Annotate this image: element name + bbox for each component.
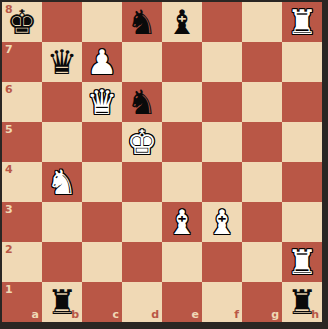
white-knight-piece[interactable]: ♞ xyxy=(42,162,82,202)
black-rook-piece[interactable]: ♜ xyxy=(282,282,322,322)
square-g4[interactable] xyxy=(242,162,282,202)
square-e1[interactable]: e xyxy=(162,282,202,322)
black-knight-piece[interactable]: ♞ xyxy=(122,82,162,122)
rank-label-3: 3 xyxy=(5,204,13,215)
square-h6[interactable] xyxy=(282,82,322,122)
rank-label-4: 4 xyxy=(5,164,13,175)
square-f4[interactable] xyxy=(202,162,242,202)
file-label-d: d xyxy=(151,309,159,320)
file-label-c: c xyxy=(112,309,119,320)
square-b4[interactable]: ♞ xyxy=(42,162,82,202)
white-pawn-piece[interactable]: ♟ xyxy=(82,42,122,82)
square-d8[interactable]: ♞ xyxy=(122,2,162,42)
square-a8[interactable]: 8♚ xyxy=(2,2,42,42)
square-c8[interactable] xyxy=(82,2,122,42)
file-label-f: f xyxy=(234,309,239,320)
square-g3[interactable] xyxy=(242,202,282,242)
rank-label-6: 6 xyxy=(5,84,13,95)
square-f1[interactable]: f xyxy=(202,282,242,322)
square-f8[interactable] xyxy=(202,2,242,42)
square-f2[interactable] xyxy=(202,242,242,282)
square-f7[interactable] xyxy=(202,42,242,82)
white-queen-piece[interactable]: ♛ xyxy=(82,82,122,122)
black-knight-piece[interactable]: ♞ xyxy=(122,2,162,42)
square-d2[interactable] xyxy=(122,242,162,282)
square-b7[interactable]: ♛ xyxy=(42,42,82,82)
square-a1[interactable]: 1a xyxy=(2,282,42,322)
square-f6[interactable] xyxy=(202,82,242,122)
square-c5[interactable] xyxy=(82,122,122,162)
square-d3[interactable] xyxy=(122,202,162,242)
square-h8[interactable]: ♜ xyxy=(282,2,322,42)
square-b6[interactable] xyxy=(42,82,82,122)
white-rook-piece[interactable]: ♜ xyxy=(282,242,322,282)
square-e3[interactable]: ♝ xyxy=(162,202,202,242)
rank-label-2: 2 xyxy=(5,244,13,255)
square-e2[interactable] xyxy=(162,242,202,282)
square-e7[interactable] xyxy=(162,42,202,82)
square-a4[interactable]: 4 xyxy=(2,162,42,202)
square-e6[interactable] xyxy=(162,82,202,122)
square-d5[interactable]: ♚ xyxy=(122,122,162,162)
black-bishop-piece[interactable]: ♝ xyxy=(162,2,202,42)
square-b1[interactable]: b♜ xyxy=(42,282,82,322)
square-e8[interactable]: ♝ xyxy=(162,2,202,42)
square-d1[interactable]: d xyxy=(122,282,162,322)
rank-label-5: 5 xyxy=(5,124,13,135)
square-b5[interactable] xyxy=(42,122,82,162)
square-a2[interactable]: 2 xyxy=(2,242,42,282)
chess-board-frame: 8♚♞♝♜7♛♟6♛♞5♚4♞3♝♝2♜1ab♜cdefgh♜ xyxy=(0,0,328,329)
square-d4[interactable] xyxy=(122,162,162,202)
square-c3[interactable] xyxy=(82,202,122,242)
square-e4[interactable] xyxy=(162,162,202,202)
square-h5[interactable] xyxy=(282,122,322,162)
black-rook-piece[interactable]: ♜ xyxy=(42,282,82,322)
square-g5[interactable] xyxy=(242,122,282,162)
square-d6[interactable]: ♞ xyxy=(122,82,162,122)
square-h1[interactable]: h♜ xyxy=(282,282,322,322)
square-c6[interactable]: ♛ xyxy=(82,82,122,122)
square-g6[interactable] xyxy=(242,82,282,122)
white-king-piece[interactable]: ♚ xyxy=(122,122,162,162)
square-e5[interactable] xyxy=(162,122,202,162)
square-a5[interactable]: 5 xyxy=(2,122,42,162)
square-h7[interactable] xyxy=(282,42,322,82)
square-d7[interactable] xyxy=(122,42,162,82)
white-rook-piece[interactable]: ♜ xyxy=(282,2,322,42)
square-f3[interactable]: ♝ xyxy=(202,202,242,242)
square-a3[interactable]: 3 xyxy=(2,202,42,242)
rank-label-7: 7 xyxy=(5,44,13,55)
square-a7[interactable]: 7 xyxy=(2,42,42,82)
square-h2[interactable]: ♜ xyxy=(282,242,322,282)
square-g1[interactable]: g xyxy=(242,282,282,322)
square-a6[interactable]: 6 xyxy=(2,82,42,122)
white-bishop-piece[interactable]: ♝ xyxy=(202,202,242,242)
square-c2[interactable] xyxy=(82,242,122,282)
white-bishop-piece[interactable]: ♝ xyxy=(162,202,202,242)
square-c7[interactable]: ♟ xyxy=(82,42,122,82)
black-queen-piece[interactable]: ♛ xyxy=(42,42,82,82)
chess-board: 8♚♞♝♜7♛♟6♛♞5♚4♞3♝♝2♜1ab♜cdefgh♜ xyxy=(2,2,322,322)
file-label-g: g xyxy=(271,309,279,320)
square-c1[interactable]: c xyxy=(82,282,122,322)
square-b8[interactable] xyxy=(42,2,82,42)
square-g7[interactable] xyxy=(242,42,282,82)
file-label-e: e xyxy=(192,309,199,320)
square-f5[interactable] xyxy=(202,122,242,162)
square-b2[interactable] xyxy=(42,242,82,282)
square-b3[interactable] xyxy=(42,202,82,242)
square-g8[interactable] xyxy=(242,2,282,42)
black-king-piece[interactable]: ♚ xyxy=(2,2,42,42)
square-g2[interactable] xyxy=(242,242,282,282)
square-c4[interactable] xyxy=(82,162,122,202)
square-h4[interactable] xyxy=(282,162,322,202)
rank-label-1: 1 xyxy=(5,284,13,295)
file-label-a: a xyxy=(32,309,39,320)
square-h3[interactable] xyxy=(282,202,322,242)
